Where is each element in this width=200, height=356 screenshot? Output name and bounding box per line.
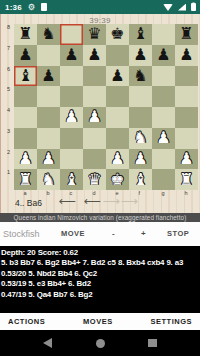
square-g2[interactable] (152, 149, 175, 170)
white-piece-p: ♟ (179, 150, 193, 166)
white-piece-r: ♜ (18, 171, 32, 187)
square-b6[interactable]: ♟ (37, 66, 60, 87)
square-e7[interactable] (106, 45, 129, 66)
rank-label-8: 8 (7, 25, 10, 31)
square-g8[interactable] (152, 24, 175, 45)
black-piece-p: ♟ (41, 67, 55, 83)
current-move-label: 4.. Ba6 (15, 198, 42, 208)
chess-board: ♜♞♛♚♝♜♟♟♟♟♟♟♝♟♟♞♟♟♞♟♟♟♟♟♟♜♞♝♛♚♝♜ (14, 24, 198, 190)
rank-label-3: 3 (7, 129, 10, 135)
square-b1[interactable]: ♞ (37, 169, 60, 190)
engine-stop-button[interactable]: STOP (167, 230, 189, 238)
engine-move-button[interactable]: MOVE (61, 230, 85, 238)
battery-icon (191, 3, 196, 11)
square-d7[interactable]: ♟ (83, 45, 106, 66)
white-piece-r: ♜ (179, 171, 193, 187)
clipboard-icon (41, 3, 47, 11)
square-f1[interactable]: ♝ (129, 169, 152, 190)
white-piece-k: ♚ (110, 171, 124, 187)
black-piece-p: ♟ (110, 67, 124, 83)
moves-button[interactable]: MOVES (83, 317, 113, 326)
analysis-line: 0.47/19 5. Qa4 Bb7 6. Bg2 (1, 290, 200, 300)
android-recents-icon[interactable] (148, 339, 157, 348)
rank-label-5: 5 (7, 87, 10, 93)
square-g5[interactable] (152, 86, 175, 107)
square-f7[interactable]: ♟ (129, 45, 152, 66)
square-g4[interactable] (152, 107, 175, 128)
actions-button[interactable]: ACTIONS (8, 317, 45, 326)
engine-plus-button[interactable]: + (141, 230, 146, 238)
back-all-button[interactable]: ⟵ (57, 194, 77, 208)
square-a4[interactable] (14, 107, 37, 128)
black-piece-n: ♞ (133, 67, 147, 83)
rank-label-1: 1 (7, 170, 10, 176)
square-c2[interactable] (60, 149, 83, 170)
square-f3[interactable]: ♞ (129, 128, 152, 149)
white-piece-p: ♟ (133, 150, 147, 166)
square-a5[interactable] (14, 86, 37, 107)
square-a6[interactable]: ♝ (14, 66, 37, 87)
square-g3[interactable]: ♟ (152, 128, 175, 149)
square-b7[interactable] (37, 45, 60, 66)
square-d6[interactable] (83, 66, 106, 87)
white-piece-p: ♟ (110, 150, 124, 166)
rank-label-7: 7 (7, 46, 10, 52)
square-c1[interactable]: ♝ (60, 169, 83, 190)
square-e3[interactable] (106, 128, 129, 149)
square-h7[interactable]: ♟ (175, 45, 198, 66)
black-piece-k: ♚ (110, 26, 124, 42)
square-f8[interactable]: ♝ (129, 24, 152, 45)
square-e6[interactable]: ♟ (106, 66, 129, 87)
black-piece-r: ♜ (179, 26, 193, 42)
rank-label-4: 4 (7, 108, 10, 114)
analysis-line: 0.53/19 5. e3 Bb4+ 6. Bd2 (1, 279, 200, 289)
square-d5[interactable] (83, 86, 106, 107)
square-a7[interactable]: ♟ (14, 45, 37, 66)
black-piece-q: ♛ (87, 26, 101, 42)
status-bar: 1:36 ⚙ (0, 0, 200, 14)
square-f2[interactable]: ♟ (129, 149, 152, 170)
square-a1[interactable]: ♜ (14, 169, 37, 190)
square-a3[interactable] (14, 128, 37, 149)
square-f4[interactable] (129, 107, 152, 128)
white-piece-p: ♟ (156, 130, 170, 146)
square-c4[interactable]: ♟ (60, 107, 83, 128)
square-c8[interactable] (60, 24, 83, 45)
white-piece-p: ♟ (41, 150, 55, 166)
square-h6[interactable] (175, 66, 198, 87)
square-f6[interactable]: ♞ (129, 66, 152, 87)
black-piece-n: ♞ (41, 26, 55, 42)
square-a8[interactable]: ♜ (14, 24, 37, 45)
square-h8[interactable]: ♜ (175, 24, 198, 45)
black-piece-p: ♟ (133, 47, 147, 63)
white-piece-p: ♟ (64, 109, 78, 125)
analysis-line: Depth: 20 Score: 0.62 (1, 248, 200, 258)
wifi-icon (163, 4, 173, 11)
square-c6[interactable] (60, 66, 83, 87)
android-back-icon[interactable] (43, 338, 52, 348)
file-label-h: h (185, 191, 188, 197)
engine-name: Stockfish (3, 230, 40, 239)
engine-analysis-panel: Depth: 20 Score: 0.62 5. b3 Bb7 6. Bg2 B… (0, 246, 200, 313)
square-e5[interactable] (106, 86, 129, 107)
black-piece-r: ♜ (18, 26, 32, 42)
white-piece-q: ♛ (87, 171, 101, 187)
square-e8[interactable]: ♚ (106, 24, 129, 45)
status-time: 1:36 (5, 3, 22, 12)
file-label-c: c (70, 191, 73, 197)
square-d3[interactable] (83, 128, 106, 149)
square-a2[interactable]: ♟ (14, 149, 37, 170)
square-g1[interactable] (152, 169, 175, 190)
square-b3[interactable] (37, 128, 60, 149)
square-d2[interactable] (83, 149, 106, 170)
square-b5[interactable] (37, 86, 60, 107)
file-label-e: e (116, 191, 119, 197)
black-piece-p: ♟ (87, 47, 101, 63)
bottom-menu-bar: ACTIONS MOVES SETTINGS (0, 313, 200, 330)
file-label-b: b (47, 191, 50, 197)
square-e1[interactable]: ♚ (106, 169, 129, 190)
black-piece-b: ♝ (133, 26, 147, 42)
white-piece-p: ♟ (87, 109, 101, 125)
black-piece-p: ♟ (18, 47, 32, 63)
white-piece-b: ♝ (133, 171, 147, 187)
forward-all-button[interactable]: ⟶ (119, 194, 139, 208)
black-piece-p: ♟ (64, 47, 78, 63)
square-c3[interactable] (60, 128, 83, 149)
square-g6[interactable] (152, 66, 175, 87)
gear-icon: ⚙ (28, 3, 36, 12)
square-b8[interactable]: ♞ (37, 24, 60, 45)
square-g7[interactable]: ♟ (152, 45, 175, 66)
square-h1[interactable]: ♜ (175, 169, 198, 190)
engine-bar: Stockfish MOVE - + STOP (0, 222, 200, 246)
square-h2[interactable]: ♟ (175, 149, 198, 170)
android-nav-bar (0, 330, 200, 356)
square-e4[interactable] (106, 107, 129, 128)
square-b2[interactable]: ♟ (37, 149, 60, 170)
square-c7[interactable]: ♟ (60, 45, 83, 66)
analysis-line: 5. b3 Bb7 6. Bg2 Bb4+ 7. Bd2 c5 8. Bxb4 … (1, 258, 200, 268)
white-piece-n: ♞ (133, 130, 147, 146)
signal-icon (178, 4, 186, 11)
settings-button[interactable]: SETTINGS (150, 317, 192, 326)
android-home-icon[interactable] (96, 339, 105, 348)
square-b4[interactable] (37, 107, 60, 128)
game-area: 39:39 ♜♞♛♚♝♜♟♟♟♟♟♟♝♟♟♞♟♟♞♟♟♟♟♟♟♜♞♝♛♚♝♜ 4… (0, 14, 200, 213)
white-piece-n: ♞ (41, 171, 55, 187)
square-h4[interactable] (175, 107, 198, 128)
square-f5[interactable] (129, 86, 152, 107)
file-label-g: g (162, 191, 165, 197)
square-e2[interactable]: ♟ (106, 149, 129, 170)
square-h3[interactable] (175, 128, 198, 149)
square-c5[interactable] (60, 86, 83, 107)
engine-minus-button[interactable]: - (112, 230, 115, 238)
white-piece-b: ♝ (64, 171, 78, 187)
opening-name-bar: Queens indian Nimzovich variation (exagg… (0, 213, 200, 222)
black-piece-p: ♟ (156, 47, 170, 63)
app-window: 1:36 ⚙ 39:39 ♜♞♛♚♝♜♟♟♟♟♟♟♝♟♟♞♟♟♞♟♟♟♟♟♟♜♞… (0, 0, 200, 356)
analysis-line: 0.53/20 5. Nbd2 Bb4 6. Qc2 (1, 269, 200, 279)
file-label-f: f (139, 191, 141, 197)
file-label-a: a (24, 191, 27, 197)
rank-label-6: 6 (7, 67, 10, 73)
white-piece-p: ♟ (18, 150, 32, 166)
rank-label-2: 2 (7, 150, 10, 156)
square-h5[interactable] (175, 86, 198, 107)
square-d1[interactable]: ♛ (83, 169, 106, 190)
file-label-d: d (93, 191, 96, 197)
black-piece-p: ♟ (179, 47, 193, 63)
square-d8[interactable]: ♛ (83, 24, 106, 45)
square-d4[interactable]: ♟ (83, 107, 106, 128)
black-piece-b: ♝ (18, 67, 32, 83)
